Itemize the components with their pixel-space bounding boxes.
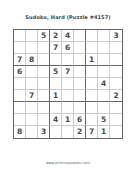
sudoku-cell-r2c3 [38, 42, 50, 54]
sudoku-cell-r5c1 [14, 78, 26, 90]
sudoku-cell-r3c3 [38, 54, 50, 66]
sudoku-cell-r3c7: 1 [86, 54, 98, 66]
sudoku-cell-r3c8 [98, 54, 110, 66]
sudoku-cell-r1c2 [26, 30, 38, 42]
sudoku-cell-r3c6 [74, 54, 86, 66]
sudoku-cell-r4c9 [110, 66, 122, 78]
sudoku-cell-r3c5 [62, 54, 74, 66]
sudoku-cell-r1c6 [74, 30, 86, 42]
sudoku-cell-r6c6 [74, 90, 86, 102]
sudoku-cell-r6c8 [98, 90, 110, 102]
sudoku-cell-r1c9: 3 [110, 30, 122, 42]
sudoku-cell-r4c1: 6 [14, 66, 26, 78]
footer-url: www.printmysudoku.com [0, 161, 136, 165]
sudoku-cell-r9c8: 1 [98, 126, 110, 138]
sudoku-board: 5243767816574712416583271 [13, 29, 123, 139]
sudoku-cell-r8c2 [26, 114, 38, 126]
sudoku-cell-r4c2 [26, 66, 38, 78]
sudoku-cell-r4c3 [38, 66, 50, 78]
sudoku-cell-r4c6 [74, 66, 86, 78]
sudoku-cell-r5c6 [74, 78, 86, 90]
sudoku-cell-r6c3 [38, 90, 50, 102]
sudoku-cell-r3c1: 7 [14, 54, 26, 66]
sudoku-cell-r4c7 [86, 66, 98, 78]
sudoku-cell-r1c7 [86, 30, 98, 42]
sudoku-cell-r1c1 [14, 30, 26, 42]
sudoku-cell-r8c9 [110, 114, 122, 126]
sudoku-cell-r7c8 [98, 102, 110, 114]
sudoku-cell-r2c6 [74, 42, 86, 54]
sudoku-cell-r8c4: 4 [50, 114, 62, 126]
page-title: Sudoku, Hard (Puzzle #4157) [0, 14, 136, 20]
sudoku-cell-r4c8 [98, 66, 110, 78]
sudoku-cell-r9c7: 7 [86, 126, 98, 138]
sudoku-cell-r2c4: 7 [50, 42, 62, 54]
sudoku-cell-r7c5 [62, 102, 74, 114]
sudoku-cell-r7c9 [110, 102, 122, 114]
sudoku-cell-r9c5 [62, 126, 74, 138]
sudoku-cell-r6c1 [14, 90, 26, 102]
sudoku-cell-r2c8 [98, 42, 110, 54]
sudoku-cell-r9c3: 3 [38, 126, 50, 138]
sudoku-cell-r5c7 [86, 78, 98, 90]
sudoku-cell-r9c6: 2 [74, 126, 86, 138]
sudoku-cell-r5c9 [110, 78, 122, 90]
sudoku-cell-r9c1: 8 [14, 126, 26, 138]
sudoku-cell-r2c2 [26, 42, 38, 54]
sudoku-cell-r5c3 [38, 78, 50, 90]
sudoku-cell-r2c9 [110, 42, 122, 54]
sudoku-cell-r6c5 [62, 90, 74, 102]
sudoku-cell-r8c1 [14, 114, 26, 126]
sudoku-cell-r3c2: 8 [26, 54, 38, 66]
sudoku-cell-r5c2 [26, 78, 38, 90]
sudoku-cell-r1c3: 5 [38, 30, 50, 42]
sudoku-cell-r1c5: 4 [62, 30, 74, 42]
sudoku-cell-r9c9 [110, 126, 122, 138]
sudoku-cell-r7c2 [26, 102, 38, 114]
sudoku-cell-r2c1 [14, 42, 26, 54]
sudoku-cell-r5c5 [62, 78, 74, 90]
sudoku-cell-r3c4 [50, 54, 62, 66]
sudoku-cell-r1c4: 2 [50, 30, 62, 42]
sudoku-cell-r3c9 [110, 54, 122, 66]
sudoku-cell-r8c3 [38, 114, 50, 126]
sudoku-cell-r7c1 [14, 102, 26, 114]
sudoku-cell-r7c4 [50, 102, 62, 114]
sudoku-cell-r5c4 [50, 78, 62, 90]
sudoku-cell-r6c9: 2 [110, 90, 122, 102]
sudoku-cell-r7c3 [38, 102, 50, 114]
sudoku-cell-r4c4: 5 [50, 66, 62, 78]
sudoku-cell-r7c7 [86, 102, 98, 114]
sudoku-cell-r8c6: 6 [74, 114, 86, 126]
sudoku-cell-r8c8: 5 [98, 114, 110, 126]
sudoku-page: Sudoku, Hard (Puzzle #4157) 524376781657… [0, 0, 136, 176]
sudoku-cell-r9c4 [50, 126, 62, 138]
sudoku-cell-r8c7 [86, 114, 98, 126]
sudoku-cell-r6c7 [86, 90, 98, 102]
sudoku-cell-r6c4: 1 [50, 90, 62, 102]
sudoku-cell-r5c8: 4 [98, 78, 110, 90]
sudoku-cell-r7c6 [74, 102, 86, 114]
sudoku-cell-r9c2 [26, 126, 38, 138]
sudoku-cell-r8c5: 1 [62, 114, 74, 126]
sudoku-cell-r2c5: 6 [62, 42, 74, 54]
sudoku-cell-r1c8 [98, 30, 110, 42]
sudoku-cell-r2c7 [86, 42, 98, 54]
sudoku-cell-r6c2: 7 [26, 90, 38, 102]
sudoku-cell-r4c5: 7 [62, 66, 74, 78]
